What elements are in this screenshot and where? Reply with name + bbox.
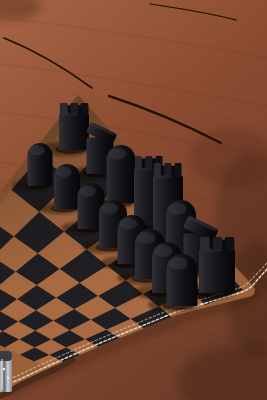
piece-black-rook: ♜ black rook h8: [199, 237, 235, 293]
piece-black-pawn: ♟ black pawn b7: [54, 164, 80, 209]
piece-black-pawn: ♟ black pawn h7: [167, 254, 198, 306]
glass-piece: [0, 351, 12, 392]
chess-photo: ♜ black rook a8♞ black knight b8♟ black …: [0, 0, 267, 400]
piece-black-pawn: ♟ black pawn a7: [28, 143, 53, 186]
piece-black-rook: ♜ black rook a8: [59, 103, 89, 150]
piece-black-bishop: ♝ black bishop c8: [107, 145, 136, 203]
foreground-objects: [0, 351, 12, 392]
photo-scene: ♜ black rook a8♞ black knight b8♟ black …: [0, 0, 267, 400]
